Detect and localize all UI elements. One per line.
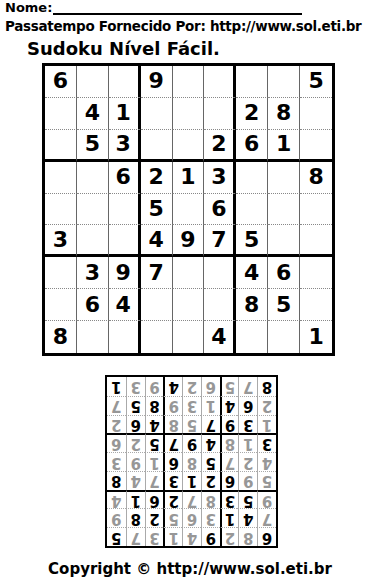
puzzle-cell-r9c9: 1 <box>300 321 332 353</box>
solution-cell-r9c7: 9 <box>145 377 164 396</box>
solution-cell-r3c6: 2 <box>163 490 182 509</box>
solution-cell-r6c1: 3 <box>257 433 276 452</box>
solution-cell-r4c9: 8 <box>107 471 126 490</box>
solution-cell-r7c2: 3 <box>238 415 257 434</box>
puzzle-cell-r7c6 <box>204 257 236 289</box>
puzzle-cell-r7c3: 9 <box>109 257 141 289</box>
solution-cell-r9c3: 5 <box>220 377 239 396</box>
solution-cell-r1c6: 1 <box>163 527 182 546</box>
puzzle-cell-r6c7: 5 <box>236 225 268 257</box>
puzzle-cell-r4c5: 1 <box>173 162 205 194</box>
puzzle-cell-r5c8 <box>268 194 300 226</box>
solution-cell-r7c8: 6 <box>126 415 145 434</box>
solution-cell-r5c1: 4 <box>257 452 276 471</box>
puzzle-cell-r6c9 <box>300 225 332 257</box>
puzzle-cell-r6c3 <box>109 225 141 257</box>
puzzle-cell-r9c8 <box>268 321 300 353</box>
puzzle-cell-r7c8: 6 <box>268 257 300 289</box>
solution-cell-r7c3: 9 <box>220 415 239 434</box>
solution-cell-r8c3: 4 <box>220 396 239 415</box>
solution-cell-r9c4: 6 <box>201 377 220 396</box>
puzzle-cell-r1c5 <box>173 66 205 98</box>
solution-cell-r8c4: 1 <box>201 396 220 415</box>
solution-cell-r3c2: 5 <box>238 490 257 509</box>
sudoku-worksheet-page: Nome: Passatempo Fornecido Por: http://w… <box>0 0 380 585</box>
solution-cell-r1c3: 2 <box>220 527 239 546</box>
name-row: Nome: <box>5 1 302 15</box>
solution-cell-r7c1: 1 <box>257 415 276 434</box>
solution-cell-r9c6: 4 <box>163 377 182 396</box>
copyright-line: Copyright © http://www.sol.eti.br <box>0 560 380 578</box>
name-label: Nome: <box>5 1 52 15</box>
page-title: Sudoku Nível Fácil. <box>27 38 220 59</box>
solution-cell-r7c6: 8 <box>163 415 182 434</box>
solution-cell-r9c2: 7 <box>238 377 257 396</box>
solution-cell-r8c8: 5 <box>126 396 145 415</box>
solution-cell-r7c7: 4 <box>145 415 164 434</box>
puzzle-cell-r6c1: 3 <box>45 225 77 257</box>
solution-cell-r8c7: 8 <box>145 396 164 415</box>
solution-cell-r6c6: 7 <box>163 433 182 452</box>
solution-cell-r3c9: 4 <box>107 490 126 509</box>
puzzle-cell-r3c3: 3 <box>109 130 141 162</box>
puzzle-cell-r2c3: 1 <box>109 98 141 130</box>
sudoku-solution-grid: 6829413757413652899538726145962137484275… <box>105 375 278 548</box>
puzzle-cell-r8c9 <box>300 289 332 321</box>
name-fill-line <box>53 1 302 15</box>
puzzle-cell-r8c8: 5 <box>268 289 300 321</box>
puzzle-cell-r3c5 <box>173 130 205 162</box>
puzzle-cell-r2c6 <box>204 98 236 130</box>
puzzle-cell-r4c7 <box>236 162 268 194</box>
solution-cell-r3c1: 9 <box>257 490 276 509</box>
puzzle-cell-r5c9 <box>300 194 332 226</box>
solution-cell-r3c8: 1 <box>126 490 145 509</box>
puzzle-cell-r3c6: 2 <box>204 130 236 162</box>
solution-cell-r2c2: 4 <box>238 508 257 527</box>
puzzle-cell-r1c2 <box>77 66 109 98</box>
puzzle-cell-r6c5: 9 <box>173 225 205 257</box>
solution-cell-r4c2: 9 <box>238 471 257 490</box>
solution-cell-r4c4: 2 <box>201 471 220 490</box>
puzzle-cell-r8c7: 8 <box>236 289 268 321</box>
solution-cell-r6c9: 6 <box>107 433 126 452</box>
puzzle-cell-r8c2: 6 <box>77 289 109 321</box>
puzzle-cell-r8c3: 4 <box>109 289 141 321</box>
solution-cell-r2c6: 5 <box>163 508 182 527</box>
puzzle-cell-r7c1 <box>45 257 77 289</box>
puzzle-cell-r1c6 <box>204 66 236 98</box>
puzzle-cell-r5c5 <box>173 194 205 226</box>
solution-cell-r6c5: 9 <box>182 433 201 452</box>
puzzle-cell-r6c4: 4 <box>141 225 173 257</box>
solution-cell-r9c5: 2 <box>182 377 201 396</box>
puzzle-cell-r5c7 <box>236 194 268 226</box>
puzzle-cell-r9c7 <box>236 321 268 353</box>
puzzle-cell-r6c2 <box>77 225 109 257</box>
solution-cell-r7c4: 7 <box>201 415 220 434</box>
puzzle-cell-r6c6: 7 <box>204 225 236 257</box>
solution-cell-r7c5: 5 <box>182 415 201 434</box>
puzzle-cell-r3c7: 6 <box>236 130 268 162</box>
puzzle-cell-r8c4 <box>141 289 173 321</box>
puzzle-cell-r4c4: 2 <box>141 162 173 194</box>
solution-cell-r7c9: 2 <box>107 415 126 434</box>
solution-cell-r2c1: 7 <box>257 508 276 527</box>
solution-cell-r4c5: 1 <box>182 471 201 490</box>
puzzle-cell-r8c5 <box>173 289 205 321</box>
puzzle-cell-r9c4 <box>141 321 173 353</box>
puzzle-cell-r2c5 <box>173 98 205 130</box>
puzzle-cell-r5c1 <box>45 194 77 226</box>
puzzle-cell-r1c3 <box>109 66 141 98</box>
solution-cell-r5c2: 2 <box>238 452 257 471</box>
puzzle-cell-r4c2 <box>77 162 109 194</box>
solution-cell-r3c3: 3 <box>220 490 239 509</box>
solution-cell-r3c5: 7 <box>182 490 201 509</box>
puzzle-cell-r3c2: 5 <box>77 130 109 162</box>
solution-cell-r8c1: 2 <box>257 396 276 415</box>
solution-cell-r5c8: 9 <box>126 452 145 471</box>
puzzle-cell-r1c9: 5 <box>300 66 332 98</box>
solution-cell-r2c9: 9 <box>107 508 126 527</box>
puzzle-cell-r1c1: 6 <box>45 66 77 98</box>
puzzle-cell-r9c6: 4 <box>204 321 236 353</box>
puzzle-cell-r5c3 <box>109 194 141 226</box>
puzzle-cell-r8c1 <box>45 289 77 321</box>
solution-cell-r4c3: 6 <box>220 471 239 490</box>
puzzle-cell-r9c1: 8 <box>45 321 77 353</box>
puzzle-cell-r4c8 <box>268 162 300 194</box>
solution-cell-r2c4: 3 <box>201 508 220 527</box>
puzzle-cell-r4c3: 6 <box>109 162 141 194</box>
puzzle-cell-r3c9 <box>300 130 332 162</box>
puzzle-cell-r9c5 <box>173 321 205 353</box>
puzzle-cell-r8c6 <box>204 289 236 321</box>
puzzle-cell-r5c2 <box>77 194 109 226</box>
puzzle-cell-r7c4: 7 <box>141 257 173 289</box>
solution-cell-r6c8: 2 <box>126 433 145 452</box>
solution-cell-r4c7: 7 <box>145 471 164 490</box>
solution-cell-r6c7: 5 <box>145 433 164 452</box>
puzzle-cell-r7c9 <box>300 257 332 289</box>
solution-cell-r5c9: 3 <box>107 452 126 471</box>
puzzle-cell-r3c1 <box>45 130 77 162</box>
puzzle-cell-r3c4 <box>141 130 173 162</box>
sudoku-puzzle-grid: 695412853261621385634975397466485841 <box>42 63 335 356</box>
solution-cell-r4c8: 4 <box>126 471 145 490</box>
solution-cell-r2c5: 6 <box>182 508 201 527</box>
solution-cell-r2c3: 1 <box>220 508 239 527</box>
puzzle-cell-r2c2: 4 <box>77 98 109 130</box>
puzzle-cell-r4c6: 3 <box>204 162 236 194</box>
solution-cell-r6c4: 4 <box>201 433 220 452</box>
solution-cell-r9c1: 8 <box>257 377 276 396</box>
solution-cell-r2c8: 8 <box>126 508 145 527</box>
solution-cell-r8c6: 9 <box>163 396 182 415</box>
solution-cell-r4c6: 3 <box>163 471 182 490</box>
solution-cell-r9c8: 3 <box>126 377 145 396</box>
solution-cell-r1c7: 3 <box>145 527 164 546</box>
solution-cell-r9c9: 1 <box>107 377 126 396</box>
puzzle-cell-r5c4: 5 <box>141 194 173 226</box>
puzzle-cell-r2c8: 8 <box>268 98 300 130</box>
solution-cell-r6c2: 1 <box>238 433 257 452</box>
solution-cell-r5c6: 6 <box>163 452 182 471</box>
solution-cell-r4c1: 5 <box>257 471 276 490</box>
solution-cell-r5c5: 8 <box>182 452 201 471</box>
solution-cell-r3c7: 6 <box>145 490 164 509</box>
solution-cell-r5c3: 7 <box>220 452 239 471</box>
solution-cell-r1c2: 8 <box>238 527 257 546</box>
puzzle-cell-r9c2 <box>77 321 109 353</box>
solution-cell-r1c9: 5 <box>107 527 126 546</box>
puzzle-cell-r4c9: 8 <box>300 162 332 194</box>
puzzle-cell-r2c4 <box>141 98 173 130</box>
solution-cell-r1c8: 7 <box>126 527 145 546</box>
puzzle-cell-r4c1 <box>45 162 77 194</box>
puzzle-cell-r5c6: 6 <box>204 194 236 226</box>
puzzle-cell-r2c1 <box>45 98 77 130</box>
puzzle-cell-r1c4: 9 <box>141 66 173 98</box>
puzzle-cell-r7c5 <box>173 257 205 289</box>
puzzle-cell-r9c3 <box>109 321 141 353</box>
puzzle-cell-r1c7 <box>236 66 268 98</box>
solution-cell-r8c5: 3 <box>182 396 201 415</box>
puzzle-cell-r7c7: 4 <box>236 257 268 289</box>
puzzle-cell-r1c8 <box>268 66 300 98</box>
solution-cell-r5c7: 1 <box>145 452 164 471</box>
puzzle-cell-r6c8 <box>268 225 300 257</box>
solution-cell-r3c4: 8 <box>201 490 220 509</box>
solution-cell-r1c1: 6 <box>257 527 276 546</box>
provided-by-line: Passatempo Fornecido Por: http://www.sol… <box>5 18 377 34</box>
solution-cell-r8c9: 7 <box>107 396 126 415</box>
puzzle-cell-r7c2: 3 <box>77 257 109 289</box>
solution-cell-r6c3: 8 <box>220 433 239 452</box>
solution-cell-r2c7: 2 <box>145 508 164 527</box>
solution-cell-r8c2: 6 <box>238 396 257 415</box>
solution-cell-r1c4: 9 <box>201 527 220 546</box>
puzzle-cell-r3c8: 1 <box>268 130 300 162</box>
solution-cell-r1c5: 4 <box>182 527 201 546</box>
solution-cell-r5c4: 5 <box>201 452 220 471</box>
puzzle-cell-r2c7: 2 <box>236 98 268 130</box>
puzzle-cell-r2c9 <box>300 98 332 130</box>
